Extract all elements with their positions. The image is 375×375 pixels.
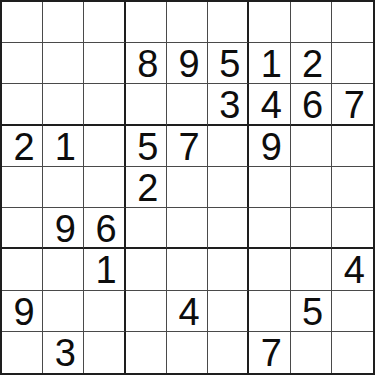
given-digit: 7 (344, 86, 365, 124)
cell-r9c8[interactable] (291, 332, 332, 373)
given-digit: 7 (178, 128, 199, 166)
cell-r7c1[interactable] (2, 249, 43, 290)
cell-r8c6[interactable] (208, 291, 249, 332)
cell-r6c6[interactable] (208, 208, 249, 249)
cell-r4c6[interactable] (208, 126, 249, 167)
cell-r9c5[interactable] (167, 332, 208, 373)
given-digit: 9 (178, 45, 199, 83)
given-digit: 4 (344, 251, 365, 289)
cell-r5c1[interactable] (2, 167, 43, 208)
cell-r5c4[interactable]: 2 (126, 167, 167, 208)
cell-r1c7[interactable] (249, 2, 290, 43)
cell-r3c2[interactable] (43, 84, 84, 125)
cell-r5c7[interactable] (249, 167, 290, 208)
cell-r6c7[interactable] (249, 208, 290, 249)
cell-r4c4[interactable]: 5 (126, 126, 167, 167)
given-digit: 2 (14, 128, 35, 166)
cell-r2c6[interactable]: 5 (208, 43, 249, 84)
cell-r2c2[interactable] (43, 43, 84, 84)
cell-r9c2[interactable]: 3 (43, 332, 84, 373)
cell-r4c9[interactable] (332, 126, 373, 167)
cell-r2c1[interactable] (2, 43, 43, 84)
cell-r3c5[interactable] (167, 84, 208, 125)
cell-r6c3[interactable]: 6 (84, 208, 125, 249)
cell-r4c2[interactable]: 1 (43, 126, 84, 167)
cell-r5c5[interactable] (167, 167, 208, 208)
cell-r1c8[interactable] (291, 2, 332, 43)
cell-r5c9[interactable] (332, 167, 373, 208)
cell-r3c4[interactable] (126, 84, 167, 125)
cell-r5c2[interactable] (43, 167, 84, 208)
cell-r8c8[interactable]: 5 (291, 291, 332, 332)
cell-r3c8[interactable]: 6 (291, 84, 332, 125)
cell-r7c8[interactable] (291, 249, 332, 290)
cell-r2c7[interactable]: 1 (249, 43, 290, 84)
cell-r6c5[interactable] (167, 208, 208, 249)
given-digit: 2 (302, 45, 323, 83)
cell-r7c9[interactable]: 4 (332, 249, 373, 290)
cell-r2c3[interactable] (84, 43, 125, 84)
cell-r6c2[interactable]: 9 (43, 208, 84, 249)
cell-r7c4[interactable] (126, 249, 167, 290)
given-digit: 9 (14, 293, 35, 331)
given-digit: 1 (55, 128, 76, 166)
cell-r8c2[interactable] (43, 291, 84, 332)
cell-r4c7[interactable]: 9 (249, 126, 290, 167)
cell-r3c9[interactable]: 7 (332, 84, 373, 125)
cell-r4c3[interactable] (84, 126, 125, 167)
cell-r8c7[interactable] (249, 291, 290, 332)
cell-r1c4[interactable] (126, 2, 167, 43)
cell-r3c7[interactable]: 4 (249, 84, 290, 125)
cell-r9c3[interactable] (84, 332, 125, 373)
given-digit: 9 (55, 210, 76, 248)
cell-r1c9[interactable] (332, 2, 373, 43)
cell-r7c3[interactable]: 1 (84, 249, 125, 290)
given-digit: 1 (95, 251, 116, 289)
given-digit: 5 (302, 293, 323, 331)
cell-r2c5[interactable]: 9 (167, 43, 208, 84)
given-digit: 6 (95, 210, 116, 248)
given-digit: 4 (178, 293, 199, 331)
given-digit: 7 (261, 334, 282, 372)
cell-r9c9[interactable] (332, 332, 373, 373)
cell-r8c9[interactable] (332, 291, 373, 332)
cell-r9c7[interactable]: 7 (249, 332, 290, 373)
given-digit: 3 (55, 334, 76, 372)
cell-r5c8[interactable] (291, 167, 332, 208)
cell-r9c4[interactable] (126, 332, 167, 373)
cell-r7c6[interactable] (208, 249, 249, 290)
cell-r6c4[interactable] (126, 208, 167, 249)
given-digit: 9 (261, 128, 282, 166)
cell-r6c9[interactable] (332, 208, 373, 249)
cell-r2c9[interactable] (332, 43, 373, 84)
sudoku-board: 895123467215792961494537 (0, 0, 375, 375)
cell-r9c6[interactable] (208, 332, 249, 373)
given-digit: 3 (219, 86, 240, 124)
cell-r3c1[interactable] (2, 84, 43, 125)
cell-r3c3[interactable] (84, 84, 125, 125)
given-digit: 2 (137, 169, 158, 207)
given-digit: 1 (261, 45, 282, 83)
cell-r1c3[interactable] (84, 2, 125, 43)
cell-r4c8[interactable] (291, 126, 332, 167)
cell-r7c5[interactable] (167, 249, 208, 290)
cell-r2c8[interactable]: 2 (291, 43, 332, 84)
cell-r4c5[interactable]: 7 (167, 126, 208, 167)
cell-r5c3[interactable] (84, 167, 125, 208)
given-digit: 5 (219, 45, 240, 83)
cell-r7c7[interactable] (249, 249, 290, 290)
cell-r3c6[interactable]: 3 (208, 84, 249, 125)
given-digit: 8 (137, 45, 158, 83)
given-digit: 5 (137, 128, 158, 166)
cell-r4c1[interactable]: 2 (2, 126, 43, 167)
cell-r5c6[interactable] (208, 167, 249, 208)
cell-r1c2[interactable] (43, 2, 84, 43)
cell-r8c5[interactable]: 4 (167, 291, 208, 332)
cell-r6c1[interactable] (2, 208, 43, 249)
cell-r2c4[interactable]: 8 (126, 43, 167, 84)
cell-r8c4[interactable] (126, 291, 167, 332)
cell-r7c2[interactable] (43, 249, 84, 290)
cell-r8c1[interactable]: 9 (2, 291, 43, 332)
given-digit: 4 (261, 86, 282, 124)
cell-r1c5[interactable] (167, 2, 208, 43)
cell-r8c3[interactable] (84, 291, 125, 332)
cell-r1c6[interactable] (208, 2, 249, 43)
cell-r6c8[interactable] (291, 208, 332, 249)
cell-r1c1[interactable] (2, 2, 43, 43)
given-digit: 6 (302, 86, 323, 124)
cell-r9c1[interactable] (2, 332, 43, 373)
